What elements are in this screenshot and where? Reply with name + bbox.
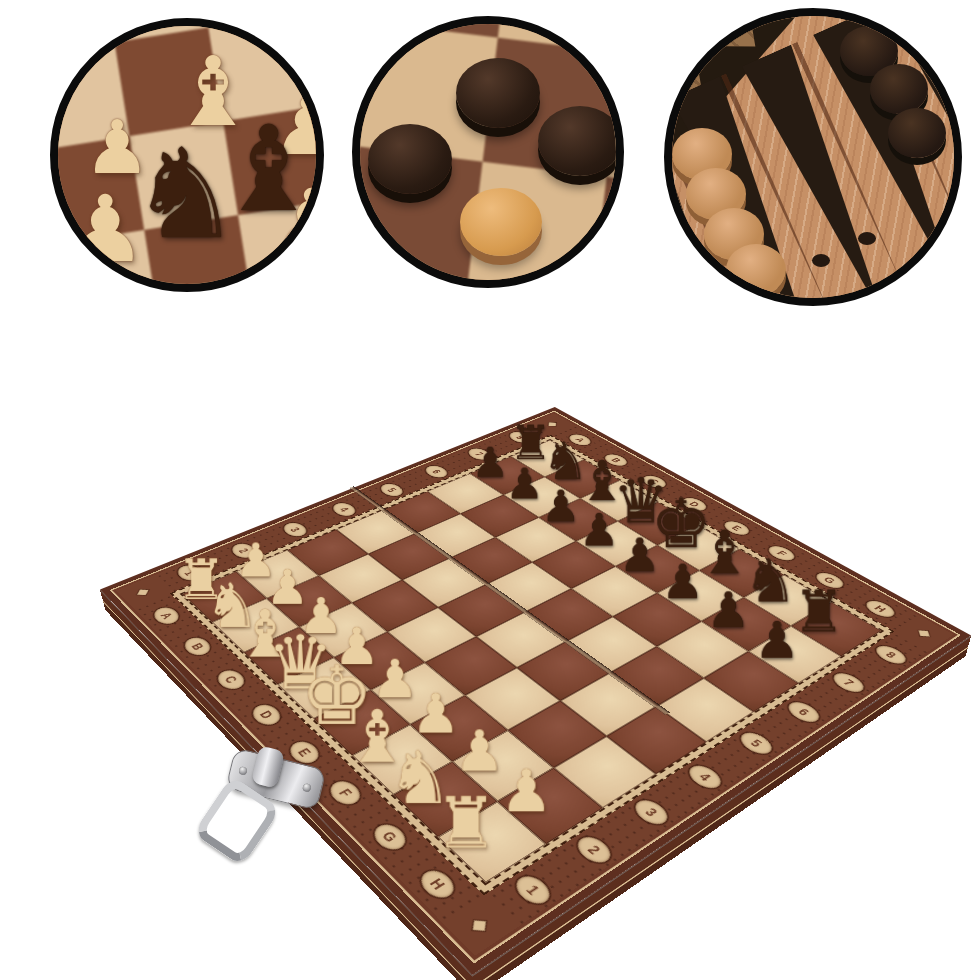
file-label-a-front: A bbox=[150, 605, 183, 627]
piece-black-knight[interactable]: ♞ bbox=[743, 553, 797, 610]
frame-corner bbox=[116, 576, 170, 608]
inset-chess-closeup: ♟♝♟♟♞♝♟ bbox=[50, 18, 324, 292]
file-label-b-front: B bbox=[181, 635, 216, 659]
dark-checker-disc bbox=[538, 106, 622, 176]
point-dot bbox=[858, 232, 876, 245]
inset-backgammon-closeup bbox=[664, 8, 962, 306]
piece-white-rook[interactable]: ♜ bbox=[435, 789, 498, 856]
piece-black-pawn[interactable]: ♟ bbox=[541, 486, 580, 528]
piece-white-pawn[interactable]: ♟ bbox=[454, 725, 505, 779]
diamond-inlay bbox=[137, 589, 148, 595]
piece-black-pawn[interactable]: ♟ bbox=[661, 560, 704, 605]
light-backgammon-checker bbox=[726, 244, 786, 296]
board-frame: ABCDEFGH 87654321 ♜♞♝♛♚♝♞♜♟♟♟♟♟♟♟♟♟♟♟♟♟♟… bbox=[116, 413, 953, 955]
piece-black-rook[interactable]: ♜ bbox=[793, 584, 845, 639]
chess-closeup-scene: ♟♝♟♟♞♝♟ bbox=[58, 26, 316, 284]
file-label-c-front: C bbox=[213, 667, 249, 692]
rank-label-7-right: 7 bbox=[829, 670, 869, 695]
rank-label-6-right: 6 bbox=[783, 699, 824, 726]
rank-label-1-right: 1 bbox=[510, 872, 556, 909]
square-e5[interactable] bbox=[525, 589, 613, 642]
diamond-inlay bbox=[919, 630, 930, 636]
rank-label-8-right: 8 bbox=[872, 643, 911, 667]
file-label-h-front: H bbox=[415, 866, 460, 902]
dark-backgammon-checker bbox=[888, 108, 946, 158]
piece-black-pawn[interactable]: ♟ bbox=[754, 617, 799, 665]
dark-checker-disc bbox=[368, 124, 452, 194]
file-label-d-front: D bbox=[248, 701, 285, 728]
piece-black-pawn[interactable]: ♟ bbox=[706, 587, 750, 634]
product-photo: ♟♝♟♟♞♝♟ ABCDEFGH 87654 bbox=[0, 0, 980, 980]
metal-clasp bbox=[203, 742, 353, 872]
wooden-box: ABCDEFGH 87654321 ♜♞♝♛♚♝♞♜♟♟♟♟♟♟♟♟♟♟♟♟♟♟… bbox=[100, 407, 971, 975]
piece-white-pawn[interactable]: ♟ bbox=[411, 688, 460, 740]
piece-black-pawn[interactable]: ♟ bbox=[505, 464, 543, 504]
piece-black-pawn[interactable]: ♟ bbox=[619, 534, 660, 578]
point-dot bbox=[812, 254, 830, 267]
light-pawn-glyph: ♟ bbox=[270, 178, 324, 270]
piece-white-pawn[interactable]: ♟ bbox=[500, 764, 553, 820]
rank-label-4-right: 4 bbox=[684, 762, 727, 792]
piece-black-pawn[interactable]: ♟ bbox=[471, 443, 508, 482]
piece-black-pawn[interactable]: ♟ bbox=[579, 509, 619, 552]
checkers-closeup-scene bbox=[360, 24, 616, 280]
dark-backgammon-checker bbox=[870, 64, 928, 114]
rank-label-3-right: 3 bbox=[630, 796, 674, 828]
dark-bishop-glyph: ♝ bbox=[216, 110, 322, 228]
inset-checkers-closeup bbox=[352, 16, 624, 288]
screw-icon bbox=[238, 766, 248, 776]
diamond-inlay bbox=[473, 920, 486, 930]
backgammon-closeup-scene bbox=[672, 16, 954, 298]
rank-label-2-right: 2 bbox=[572, 833, 617, 867]
dark-checker-disc bbox=[456, 58, 540, 128]
rank-label-5-right: 5 bbox=[735, 729, 777, 758]
light-checker-disc bbox=[460, 188, 542, 256]
pinstripe-border: ABCDEFGH 87654321 ♜♞♝♛♚♝♞♜♟♟♟♟♟♟♟♟♟♟♟♟♟♟… bbox=[109, 411, 960, 964]
chess-board-3d: ABCDEFGH 87654321 ♜♞♝♛♚♝♞♜♟♟♟♟♟♟♟♟♟♟♟♟♟♟… bbox=[100, 407, 971, 975]
screw-icon bbox=[302, 783, 312, 793]
file-label-g-front: G bbox=[369, 820, 412, 854]
file-label-h-back: H bbox=[862, 598, 899, 620]
